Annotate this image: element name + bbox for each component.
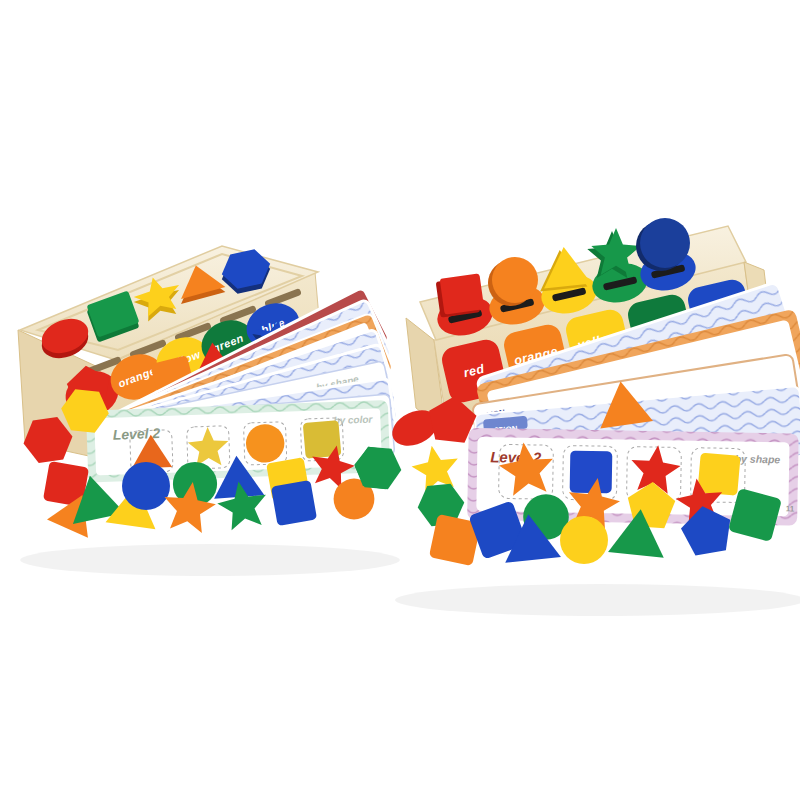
- right-toy-shadow: [395, 584, 800, 616]
- blue-square-on-card: [570, 451, 613, 494]
- blue-circle-piece: [122, 462, 170, 510]
- left-toy: red orange yellow green blue: [18, 246, 402, 538]
- blue-circle-standing: [640, 218, 690, 268]
- left-toy-shadow: [20, 544, 400, 576]
- right-card-tag: by shape: [735, 452, 781, 465]
- orange-circle-standing: [492, 257, 538, 303]
- right-toy: red orange yellow green blue: [353, 218, 800, 566]
- product-photo-stage: red orange yellow green blue: [0, 0, 800, 800]
- right-card-page: 11: [786, 504, 795, 513]
- red-square-standing: [440, 273, 485, 314]
- yellow-square-on-card: [697, 453, 740, 496]
- blue-square-piece: [271, 480, 317, 526]
- scene-svg: red orange yellow green blue: [0, 0, 800, 800]
- yellow-circle-piece: [560, 516, 608, 564]
